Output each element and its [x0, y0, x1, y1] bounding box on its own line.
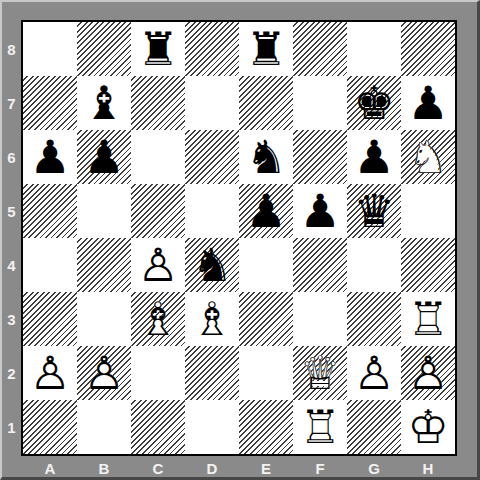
- square-h3[interactable]: ♜♖: [401, 292, 455, 346]
- piece-glyph: ♟: [407, 76, 448, 130]
- square-g2[interactable]: ♟♙: [347, 346, 401, 400]
- square-b2[interactable]: ♟♙: [77, 346, 131, 400]
- rank-label-7: 7: [2, 76, 21, 130]
- piece-glyph: ♙: [137, 238, 178, 292]
- piece-glyph: ♗: [137, 292, 178, 346]
- piece-glyph: ♛: [353, 184, 394, 238]
- square-c6[interactable]: [131, 130, 185, 184]
- file-label-d: D: [185, 460, 239, 476]
- square-c3[interactable]: ♝♗: [131, 292, 185, 346]
- square-h7[interactable]: ♟: [401, 76, 455, 130]
- black-rook[interactable]: ♜: [245, 26, 286, 72]
- square-h2[interactable]: ♟♙: [401, 346, 455, 400]
- square-e5[interactable]: ♟: [239, 184, 293, 238]
- square-b7[interactable]: ♝: [77, 76, 131, 130]
- square-d6[interactable]: [185, 130, 239, 184]
- piece-glyph: ♞: [245, 130, 286, 184]
- square-a3[interactable]: [23, 292, 77, 346]
- piece-glyph: ♖: [299, 400, 340, 454]
- square-f6[interactable]: [293, 130, 347, 184]
- piece-glyph: ♟: [83, 130, 124, 184]
- square-g3[interactable]: [347, 292, 401, 346]
- square-g5[interactable]: ♛: [347, 184, 401, 238]
- square-d4[interactable]: ♞: [185, 238, 239, 292]
- file-label-f: F: [293, 460, 347, 476]
- square-b4[interactable]: [77, 238, 131, 292]
- square-f3[interactable]: [293, 292, 347, 346]
- file-label-b: B: [77, 460, 131, 476]
- white-pawn[interactable]: ♟♙: [83, 350, 124, 396]
- rank-label-4: 4: [2, 238, 21, 292]
- square-f4[interactable]: [293, 238, 347, 292]
- square-h5[interactable]: [401, 184, 455, 238]
- board-frame: ♜♜♝♚♟♟♟♞♟♞♘♟♟♛♟♙♞♝♗♝♗♜♖♟♙♟♙♛♕♟♙♟♙♜♖♚♔ 87…: [0, 0, 480, 480]
- white-pawn[interactable]: ♟♙: [407, 350, 448, 396]
- square-e8[interactable]: ♜: [239, 22, 293, 76]
- square-f2[interactable]: ♛♕: [293, 346, 347, 400]
- square-b1[interactable]: [77, 400, 131, 454]
- square-g8[interactable]: [347, 22, 401, 76]
- white-bishop[interactable]: ♝♗: [191, 296, 232, 342]
- square-c8[interactable]: ♜: [131, 22, 185, 76]
- square-e3[interactable]: [239, 292, 293, 346]
- piece-glyph: ♟: [29, 130, 70, 184]
- black-pawn[interactable]: ♟: [83, 134, 124, 180]
- square-b5[interactable]: [77, 184, 131, 238]
- square-f1[interactable]: ♜♖: [293, 400, 347, 454]
- square-e4[interactable]: [239, 238, 293, 292]
- file-label-e: E: [239, 460, 293, 476]
- black-pawn[interactable]: ♟: [29, 134, 70, 180]
- black-pawn[interactable]: ♟: [299, 188, 340, 234]
- square-g4[interactable]: [347, 238, 401, 292]
- square-e6[interactable]: ♞: [239, 130, 293, 184]
- square-a6[interactable]: ♟: [23, 130, 77, 184]
- white-pawn[interactable]: ♟♙: [137, 242, 178, 288]
- square-c1[interactable]: [131, 400, 185, 454]
- black-pawn[interactable]: ♟: [407, 80, 448, 126]
- piece-glyph: ♙: [83, 346, 124, 400]
- white-queen[interactable]: ♛♕: [299, 350, 340, 396]
- square-h1[interactable]: ♚♔: [401, 400, 455, 454]
- white-knight[interactable]: ♞♘: [407, 134, 448, 180]
- white-king[interactable]: ♚♔: [407, 404, 448, 450]
- piece-glyph: ♖: [407, 292, 448, 346]
- file-label-a: A: [23, 460, 77, 476]
- square-a7[interactable]: [23, 76, 77, 130]
- square-c4[interactable]: ♟♙: [131, 238, 185, 292]
- square-h6[interactable]: ♞♘: [401, 130, 455, 184]
- piece-glyph: ♝: [83, 76, 124, 130]
- black-pawn[interactable]: ♟: [245, 188, 286, 234]
- square-a4[interactable]: [23, 238, 77, 292]
- piece-glyph: ♕: [299, 346, 340, 400]
- square-a5[interactable]: [23, 184, 77, 238]
- piece-glyph: ♘: [407, 130, 448, 184]
- piece-glyph: ♞: [191, 238, 232, 292]
- black-queen[interactable]: ♛: [353, 188, 394, 234]
- file-label-g: G: [347, 460, 401, 476]
- rank-label-5: 5: [2, 184, 21, 238]
- white-rook[interactable]: ♜♖: [299, 404, 340, 450]
- file-label-c: C: [131, 460, 185, 476]
- black-pawn[interactable]: ♟: [353, 134, 394, 180]
- piece-glyph: ♙: [407, 346, 448, 400]
- black-bishop[interactable]: ♝: [83, 80, 124, 126]
- piece-glyph: ♜: [245, 22, 286, 76]
- square-f8[interactable]: [293, 22, 347, 76]
- square-f7[interactable]: [293, 76, 347, 130]
- square-d5[interactable]: [185, 184, 239, 238]
- square-d3[interactable]: ♝♗: [185, 292, 239, 346]
- piece-glyph: ♜: [137, 22, 178, 76]
- piece-glyph: ♔: [407, 400, 448, 454]
- square-g7[interactable]: ♚: [347, 76, 401, 130]
- black-knight[interactable]: ♞: [191, 242, 232, 288]
- piece-glyph: ♟: [353, 130, 394, 184]
- white-bishop[interactable]: ♝♗: [137, 296, 178, 342]
- square-d8[interactable]: [185, 22, 239, 76]
- square-h4[interactable]: [401, 238, 455, 292]
- square-a8[interactable]: [23, 22, 77, 76]
- square-b6[interactable]: ♟: [77, 130, 131, 184]
- square-b8[interactable]: [77, 22, 131, 76]
- square-h8[interactable]: [401, 22, 455, 76]
- square-d2[interactable]: [185, 346, 239, 400]
- black-king[interactable]: ♚: [353, 80, 394, 126]
- white-pawn[interactable]: ♟♙: [353, 350, 394, 396]
- square-e7[interactable]: [239, 76, 293, 130]
- rank-label-8: 8: [2, 22, 21, 76]
- square-c7[interactable]: [131, 76, 185, 130]
- chess-board: ♜♜♝♚♟♟♟♞♟♞♘♟♟♛♟♙♞♝♗♝♗♜♖♟♙♟♙♛♕♟♙♟♙♜♖♚♔: [21, 20, 457, 456]
- piece-glyph: ♟: [245, 184, 286, 238]
- white-pawn[interactable]: ♟♙: [29, 350, 70, 396]
- square-a1[interactable]: [23, 400, 77, 454]
- square-a2[interactable]: ♟♙: [23, 346, 77, 400]
- square-e1[interactable]: [239, 400, 293, 454]
- square-g1[interactable]: [347, 400, 401, 454]
- square-d7[interactable]: [185, 76, 239, 130]
- white-rook[interactable]: ♜♖: [407, 296, 448, 342]
- black-rook[interactable]: ♜: [137, 26, 178, 72]
- rank-label-6: 6: [2, 130, 21, 184]
- rank-label-2: 2: [2, 346, 21, 400]
- piece-glyph: ♚: [353, 76, 394, 130]
- piece-glyph: ♙: [353, 346, 394, 400]
- piece-glyph: ♟: [299, 184, 340, 238]
- square-f5[interactable]: ♟: [293, 184, 347, 238]
- rank-label-3: 3: [2, 292, 21, 346]
- piece-glyph: ♙: [29, 346, 70, 400]
- black-knight[interactable]: ♞: [245, 134, 286, 180]
- square-c5[interactable]: [131, 184, 185, 238]
- square-c2[interactable]: [131, 346, 185, 400]
- piece-glyph: ♗: [191, 292, 232, 346]
- square-e2[interactable]: [239, 346, 293, 400]
- square-g6[interactable]: ♟: [347, 130, 401, 184]
- square-d1[interactable]: [185, 400, 239, 454]
- rank-label-1: 1: [2, 400, 21, 454]
- file-label-h: H: [401, 460, 455, 476]
- square-b3[interactable]: [77, 292, 131, 346]
